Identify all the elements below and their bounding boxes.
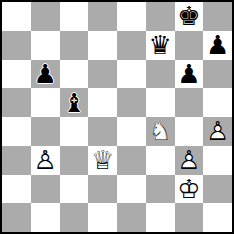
piece-white-king[interactable]: ♚♔ — [175, 175, 204, 204]
square-a5[interactable] — [2, 88, 31, 117]
pawn-glyph: ♟ — [175, 60, 204, 89]
square-b8[interactable] — [31, 2, 60, 31]
square-e2[interactable] — [117, 175, 146, 204]
square-d5[interactable] — [88, 88, 117, 117]
square-g8[interactable]: ♚ — [175, 2, 204, 31]
square-a7[interactable] — [2, 31, 31, 60]
square-f7[interactable]: ♛ — [146, 31, 175, 60]
pawn-glyph: ♟ — [203, 31, 232, 60]
square-e6[interactable] — [117, 60, 146, 89]
square-d4[interactable] — [88, 117, 117, 146]
square-a4[interactable] — [2, 117, 31, 146]
pawn-glyph: ♙ — [175, 146, 204, 175]
square-c3[interactable] — [60, 146, 89, 175]
piece-white-queen[interactable]: ♛♕ — [88, 146, 117, 175]
piece-black-pawn[interactable]: ♟ — [203, 31, 232, 60]
square-c8[interactable] — [60, 2, 89, 31]
chess-board-frame: ♚♛♟♟♟♝♞♘♟♙♟♙♛♕♟♙♚♔ — [0, 0, 234, 234]
piece-black-king[interactable]: ♚ — [175, 2, 204, 31]
piece-white-pawn[interactable]: ♟♙ — [203, 117, 232, 146]
square-f4[interactable]: ♞♘ — [146, 117, 175, 146]
square-h5[interactable] — [203, 88, 232, 117]
square-a8[interactable] — [2, 2, 31, 31]
square-b1[interactable] — [31, 203, 60, 232]
square-e3[interactable] — [117, 146, 146, 175]
piece-black-bishop[interactable]: ♝ — [60, 88, 89, 117]
square-b6[interactable]: ♟ — [31, 60, 60, 89]
queen-glyph: ♕ — [88, 146, 117, 175]
square-d7[interactable] — [88, 31, 117, 60]
square-g4[interactable] — [175, 117, 204, 146]
square-e1[interactable] — [117, 203, 146, 232]
square-a6[interactable] — [2, 60, 31, 89]
square-c5[interactable]: ♝ — [60, 88, 89, 117]
piece-black-pawn[interactable]: ♟ — [31, 60, 60, 89]
square-h1[interactable] — [203, 203, 232, 232]
square-c4[interactable] — [60, 117, 89, 146]
square-g2[interactable]: ♚♔ — [175, 175, 204, 204]
king-glyph: ♚ — [175, 2, 204, 31]
square-h4[interactable]: ♟♙ — [203, 117, 232, 146]
pawn-glyph: ♙ — [31, 146, 60, 175]
knight-glyph: ♘ — [146, 117, 175, 146]
square-a2[interactable] — [2, 175, 31, 204]
square-f1[interactable] — [146, 203, 175, 232]
square-d1[interactable] — [88, 203, 117, 232]
square-f8[interactable] — [146, 2, 175, 31]
square-d3[interactable]: ♛♕ — [88, 146, 117, 175]
square-e8[interactable] — [117, 2, 146, 31]
square-e5[interactable] — [117, 88, 146, 117]
square-c7[interactable] — [60, 31, 89, 60]
square-f2[interactable] — [146, 175, 175, 204]
square-d2[interactable] — [88, 175, 117, 204]
square-g7[interactable] — [175, 31, 204, 60]
square-h2[interactable] — [203, 175, 232, 204]
pawn-glyph: ♟ — [31, 60, 60, 89]
piece-black-queen[interactable]: ♛ — [146, 31, 175, 60]
square-h3[interactable] — [203, 146, 232, 175]
square-b3[interactable]: ♟♙ — [31, 146, 60, 175]
square-h6[interactable] — [203, 60, 232, 89]
square-e7[interactable] — [117, 31, 146, 60]
square-f6[interactable] — [146, 60, 175, 89]
piece-white-pawn[interactable]: ♟♙ — [31, 146, 60, 175]
piece-black-pawn[interactable]: ♟ — [175, 60, 204, 89]
square-b4[interactable] — [31, 117, 60, 146]
chess-board: ♚♛♟♟♟♝♞♘♟♙♟♙♛♕♟♙♚♔ — [2, 2, 232, 232]
square-d6[interactable] — [88, 60, 117, 89]
square-g5[interactable] — [175, 88, 204, 117]
square-h7[interactable]: ♟ — [203, 31, 232, 60]
square-c2[interactable] — [60, 175, 89, 204]
square-b7[interactable] — [31, 31, 60, 60]
square-b5[interactable] — [31, 88, 60, 117]
square-a1[interactable] — [2, 203, 31, 232]
square-d8[interactable] — [88, 2, 117, 31]
square-b2[interactable] — [31, 175, 60, 204]
piece-white-pawn[interactable]: ♟♙ — [175, 146, 204, 175]
square-f5[interactable] — [146, 88, 175, 117]
bishop-glyph: ♝ — [60, 88, 89, 117]
square-g3[interactable]: ♟♙ — [175, 146, 204, 175]
pawn-glyph: ♙ — [203, 117, 232, 146]
king-glyph: ♔ — [175, 175, 204, 204]
square-g6[interactable]: ♟ — [175, 60, 204, 89]
square-a3[interactable] — [2, 146, 31, 175]
queen-glyph: ♛ — [146, 31, 175, 60]
piece-white-knight[interactable]: ♞♘ — [146, 117, 175, 146]
square-e4[interactable] — [117, 117, 146, 146]
square-g1[interactable] — [175, 203, 204, 232]
square-f3[interactable] — [146, 146, 175, 175]
square-c1[interactable] — [60, 203, 89, 232]
square-c6[interactable] — [60, 60, 89, 89]
square-h8[interactable] — [203, 2, 232, 31]
